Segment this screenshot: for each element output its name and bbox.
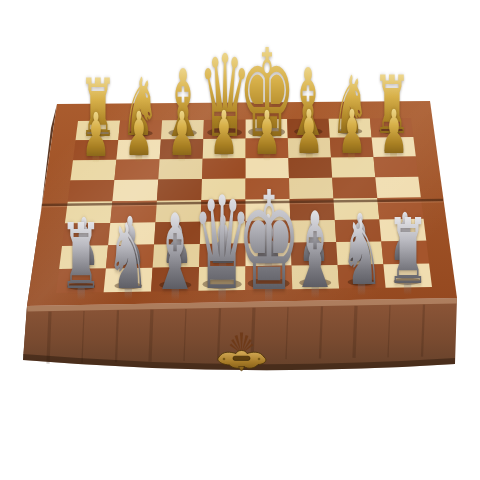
piece-reflection [178,153,185,162]
piece-reflection [264,152,271,161]
piece-reflection [388,131,395,143]
piece-reflection [311,260,318,270]
piece-reflection [172,285,179,300]
piece-reflection [263,133,270,151]
clasp-screw-right [258,358,261,361]
piece-reflection [80,263,87,273]
piece-reflection [95,134,102,146]
piece-reflection [305,132,312,146]
piece-reflection [390,151,397,160]
piece-reflection [173,262,180,272]
grain-line [150,310,152,362]
piece-reflection [179,133,186,147]
clasp-slot [233,356,250,360]
piece-reflection [306,152,313,161]
piece-reflection [221,153,228,162]
piece-reflection [265,284,272,304]
grain-line [48,312,50,364]
piece-reflection [401,258,408,268]
piece-reflection [404,282,411,295]
piece-reflection [312,283,319,298]
clasp-screw-left [223,358,226,361]
piece-reflection [93,154,100,163]
piece-reflection [136,154,143,163]
piece-reflection [137,134,144,146]
clasp-finial [239,367,245,371]
piece-reflection [219,261,226,271]
piece-reflection [218,285,225,304]
piece-reflection [358,283,365,296]
piece-reflection [265,260,272,270]
chess-set-photo: ♜♞♝♛♚♝♞♜♟♟♟♟♟♟♟♟♟♟♟♟♟♟♟♟♜♞♝♛♚♝♞♜ [0,0,480,480]
piece-reflection [125,286,132,299]
piece-reflection [356,259,363,269]
piece-reflection [221,133,228,150]
piece-reflection [78,287,85,300]
piece-reflection [347,132,354,144]
piece-reflection [127,262,134,272]
board-svg [0,0,480,480]
piece-reflection [348,151,355,160]
grain-line [354,306,356,358]
